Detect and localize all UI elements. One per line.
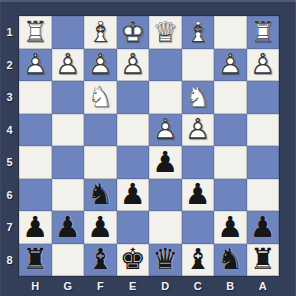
square-e4[interactable]	[117, 114, 150, 147]
square-a8[interactable]: ♜	[247, 244, 280, 277]
square-e8[interactable]: ♚	[117, 244, 150, 277]
file-label-b: B	[214, 276, 247, 296]
square-e2[interactable]: ♟♙	[117, 49, 150, 82]
black-king[interactable]: ♚	[117, 244, 150, 277]
black-bishop[interactable]: ♝	[84, 244, 117, 277]
white-pawn-fill: ♟	[84, 49, 117, 82]
square-f8[interactable]: ♝	[84, 244, 117, 277]
black-pawn[interactable]: ♟	[247, 211, 280, 244]
black-knight[interactable]: ♞	[84, 179, 117, 212]
square-h5[interactable]	[19, 146, 52, 179]
rank-label-6: 6	[0, 179, 19, 212]
square-e5[interactable]	[117, 146, 150, 179]
square-a7[interactable]: ♟	[247, 211, 280, 244]
square-f4[interactable]	[84, 114, 117, 147]
white-king-fill: ♚	[117, 16, 150, 49]
black-pawn[interactable]: ♟	[117, 179, 150, 212]
white-pawn-fill: ♟	[247, 49, 280, 82]
square-b7[interactable]: ♟	[214, 211, 247, 244]
white-knight[interactable]: ♘	[182, 81, 215, 114]
black-bishop[interactable]: ♝	[182, 244, 215, 277]
square-h2[interactable]: ♟♙	[19, 49, 52, 82]
white-pawn[interactable]: ♙	[149, 114, 182, 147]
square-c8[interactable]: ♝	[182, 244, 215, 277]
square-h3[interactable]	[19, 81, 52, 114]
square-c7[interactable]	[182, 211, 215, 244]
file-label-d: D	[149, 276, 182, 296]
square-d3[interactable]	[149, 81, 182, 114]
file-label-g: G	[52, 276, 85, 296]
square-d7[interactable]	[149, 211, 182, 244]
white-king[interactable]: ♔	[117, 16, 150, 49]
white-queen[interactable]: ♕	[149, 16, 182, 49]
square-f5[interactable]	[84, 146, 117, 179]
black-rook[interactable]: ♜	[19, 244, 52, 277]
white-pawn-fill: ♟	[19, 49, 52, 82]
file-label-a: A	[247, 276, 280, 296]
square-c1[interactable]: ♝♗	[182, 16, 215, 49]
square-h1[interactable]: ♜♖	[19, 16, 52, 49]
white-pawn[interactable]: ♙	[84, 49, 117, 82]
square-f6[interactable]: ♞	[84, 179, 117, 212]
square-b8[interactable]: ♞	[214, 244, 247, 277]
rank-label-8: 8	[0, 244, 19, 277]
white-rook[interactable]: ♖	[19, 16, 52, 49]
square-g6[interactable]	[52, 179, 85, 212]
chess-diagram: ♜♖♝♗♚♔♛♕♝♗♜♖♟♙♟♙♟♙♟♙♟♙♟♙♞♘♞♘♟♙♟♙♟♞♟♟♟♟♟♟…	[0, 0, 296, 296]
file-label-h: H	[19, 276, 52, 296]
square-g4[interactable]	[52, 114, 85, 147]
white-rook-fill: ♜	[19, 16, 52, 49]
white-bishop[interactable]: ♗	[182, 16, 215, 49]
black-knight[interactable]: ♞	[214, 244, 247, 277]
white-knight[interactable]: ♘	[84, 81, 117, 114]
black-pawn[interactable]: ♟	[149, 146, 182, 179]
square-e7[interactable]	[117, 211, 150, 244]
square-c5[interactable]	[182, 146, 215, 179]
black-pawn[interactable]: ♟	[52, 211, 85, 244]
square-h6[interactable]	[19, 179, 52, 212]
rank-label-3: 3	[0, 81, 19, 114]
square-b1[interactable]	[214, 16, 247, 49]
white-pawn[interactable]: ♙	[19, 49, 52, 82]
square-a4[interactable]	[247, 114, 280, 147]
square-c3[interactable]: ♞♘	[182, 81, 215, 114]
file-label-e: E	[117, 276, 150, 296]
square-g3[interactable]	[52, 81, 85, 114]
white-pawn[interactable]: ♙	[247, 49, 280, 82]
black-pawn[interactable]: ♟	[214, 211, 247, 244]
square-d4[interactable]: ♟♙	[149, 114, 182, 147]
black-queen[interactable]: ♛	[149, 244, 182, 277]
square-a3[interactable]	[247, 81, 280, 114]
file-label-c: C	[182, 276, 215, 296]
white-knight-fill: ♞	[182, 81, 215, 114]
white-bishop-fill: ♝	[182, 16, 215, 49]
square-d1[interactable]: ♛♕	[149, 16, 182, 49]
square-g2[interactable]: ♟♙	[52, 49, 85, 82]
square-a6[interactable]	[247, 179, 280, 212]
rank-label-2: 2	[0, 49, 19, 82]
white-pawn-fill: ♟	[149, 114, 182, 147]
chess-board: ♜♖♝♗♚♔♛♕♝♗♜♖♟♙♟♙♟♙♟♙♟♙♟♙♞♘♞♘♟♙♟♙♟♞♟♟♟♟♟♟…	[19, 16, 279, 276]
white-queen-fill: ♛	[149, 16, 182, 49]
white-pawn[interactable]: ♙	[214, 49, 247, 82]
white-pawn[interactable]: ♙	[117, 49, 150, 82]
black-pawn[interactable]: ♟	[84, 211, 117, 244]
rank-label-5: 5	[0, 146, 19, 179]
square-f1[interactable]: ♝♗	[84, 16, 117, 49]
square-a1[interactable]: ♜♖	[247, 16, 280, 49]
white-pawn-fill: ♟	[117, 49, 150, 82]
square-f2[interactable]: ♟♙	[84, 49, 117, 82]
square-b5[interactable]	[214, 146, 247, 179]
white-pawn-fill: ♟	[214, 49, 247, 82]
square-g1[interactable]	[52, 16, 85, 49]
white-pawn-fill: ♟	[52, 49, 85, 82]
black-pawn[interactable]: ♟	[182, 179, 215, 212]
square-c2[interactable]	[182, 49, 215, 82]
square-g5[interactable]	[52, 146, 85, 179]
white-rook-fill: ♜	[247, 16, 280, 49]
square-f7[interactable]: ♟	[84, 211, 117, 244]
square-b4[interactable]	[214, 114, 247, 147]
square-b2[interactable]: ♟♙	[214, 49, 247, 82]
black-pawn[interactable]: ♟	[19, 211, 52, 244]
square-h8[interactable]: ♜	[19, 244, 52, 277]
white-bishop-fill: ♝	[84, 16, 117, 49]
square-d8[interactable]: ♛	[149, 244, 182, 277]
white-rook[interactable]: ♖	[247, 16, 280, 49]
rank-label-7: 7	[0, 211, 19, 244]
square-d2[interactable]	[149, 49, 182, 82]
square-d6[interactable]	[149, 179, 182, 212]
square-b3[interactable]	[214, 81, 247, 114]
square-c4[interactable]: ♟♙	[182, 114, 215, 147]
square-f3[interactable]: ♞♘	[84, 81, 117, 114]
square-c6[interactable]: ♟	[182, 179, 215, 212]
square-h4[interactable]	[19, 114, 52, 147]
square-e6[interactable]: ♟	[117, 179, 150, 212]
white-pawn[interactable]: ♙	[182, 114, 215, 147]
black-rook[interactable]: ♜	[247, 244, 280, 277]
white-pawn-fill: ♟	[182, 114, 215, 147]
file-labels: HGFEDCBA	[19, 276, 279, 296]
white-pawn[interactable]: ♙	[52, 49, 85, 82]
square-a5[interactable]	[247, 146, 280, 179]
square-b6[interactable]	[214, 179, 247, 212]
white-bishop[interactable]: ♗	[84, 16, 117, 49]
file-label-f: F	[84, 276, 117, 296]
square-e3[interactable]	[117, 81, 150, 114]
square-g8[interactable]	[52, 244, 85, 277]
square-a2[interactable]: ♟♙	[247, 49, 280, 82]
square-g7[interactable]: ♟	[52, 211, 85, 244]
rank-label-1: 1	[0, 16, 19, 49]
square-h7[interactable]: ♟	[19, 211, 52, 244]
rank-label-4: 4	[0, 114, 19, 147]
white-knight-fill: ♞	[84, 81, 117, 114]
square-d5[interactable]: ♟	[149, 146, 182, 179]
square-e1[interactable]: ♚♔	[117, 16, 150, 49]
